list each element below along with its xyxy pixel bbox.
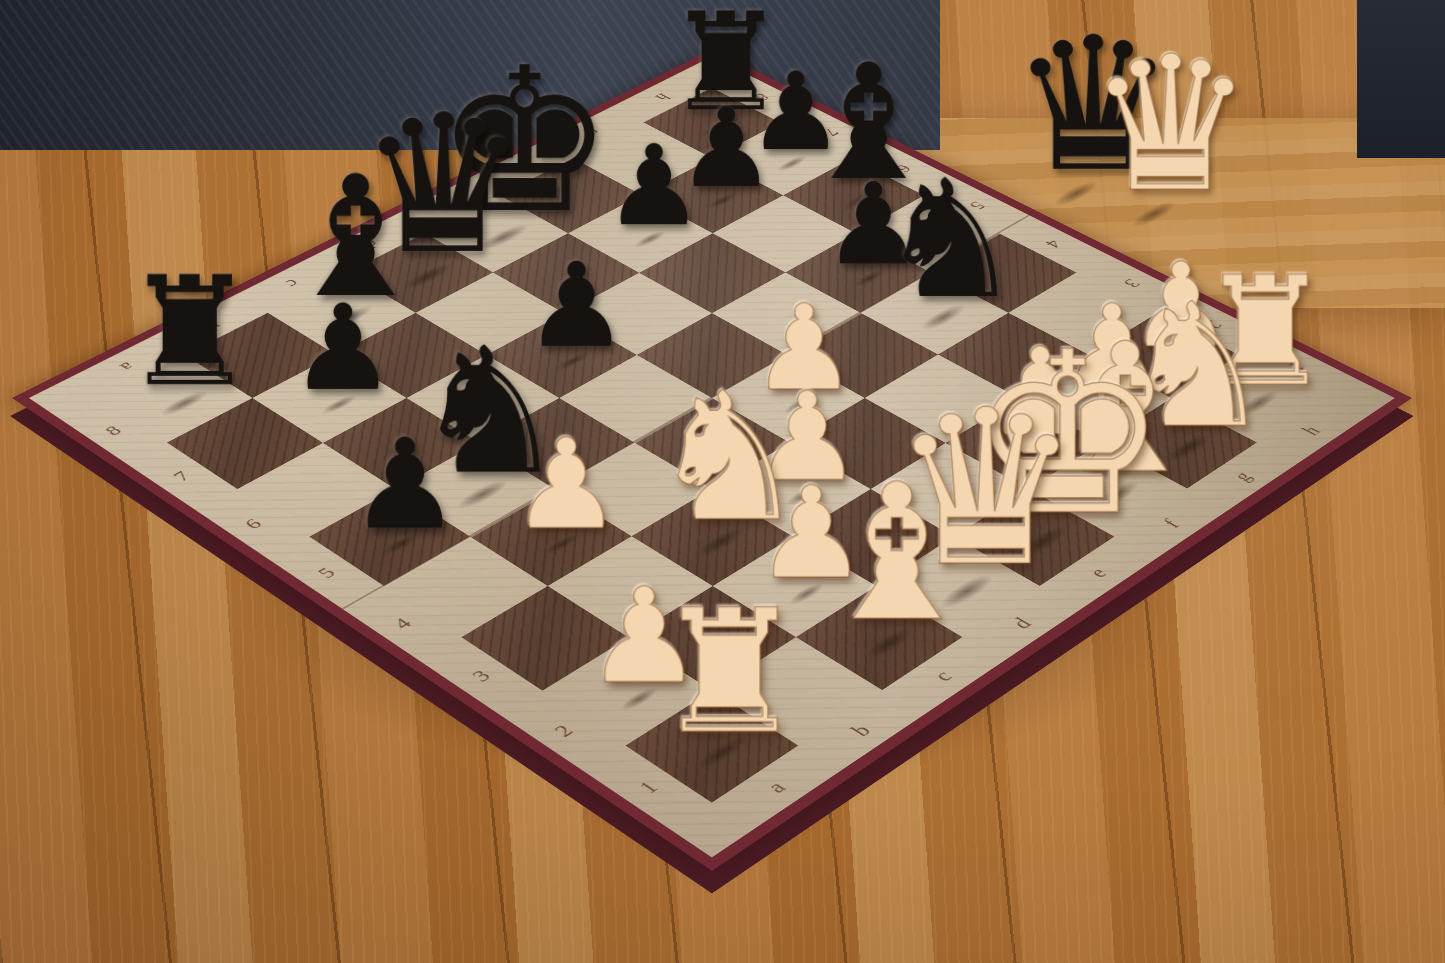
white-rook-glyph: ♜ (639, 587, 821, 757)
black-rook-glyph: ♜ (110, 256, 271, 407)
black-pawn-glyph: ♟ (263, 289, 424, 407)
white-pawn-glyph: ♟ (482, 422, 651, 547)
white-queen-glyph: ♛ (1087, 32, 1236, 218)
black-pawn-glyph: ♟ (321, 422, 490, 547)
photo-scene: aabbccddeeffgghh1122334455667788 ♜♝♛♚♜♟♟… (0, 0, 1445, 963)
white-bishop-glyph: ♝ (809, 460, 984, 648)
sofa-fabric-corner (1357, 0, 1445, 158)
